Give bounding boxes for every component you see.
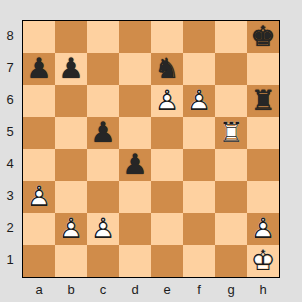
- square-a6[interactable]: [23, 85, 55, 117]
- piece-white-pawn[interactable]: ♟♙: [55, 213, 87, 245]
- square-g7[interactable]: [215, 53, 247, 85]
- square-e6[interactable]: ♟♙: [151, 85, 183, 117]
- piece-white-pawn[interactable]: ♟♙: [23, 181, 55, 213]
- square-b8[interactable]: [55, 21, 87, 53]
- square-f5[interactable]: [183, 117, 215, 149]
- rank-label-2: 2: [1, 212, 19, 244]
- square-b4[interactable]: [55, 149, 87, 181]
- square-b5[interactable]: [55, 117, 87, 149]
- piece-black-rook[interactable]: ♜: [247, 85, 279, 117]
- square-b6[interactable]: [55, 85, 87, 117]
- square-a5[interactable]: [23, 117, 55, 149]
- rank-label-7: 7: [1, 52, 19, 84]
- square-a2[interactable]: [23, 213, 55, 245]
- square-a3[interactable]: ♟♙: [23, 181, 55, 213]
- square-e8[interactable]: [151, 21, 183, 53]
- square-a7[interactable]: ♟: [23, 53, 55, 85]
- square-d7[interactable]: [119, 53, 151, 85]
- file-label-b: b: [55, 280, 87, 300]
- chess-diagram: ♚♟♟♞♟♙♟♙♜♟♜♖♟♟♙♟♙♟♙♟♙♚♔ 87654321 abcdefg…: [0, 0, 302, 302]
- square-d6[interactable]: [119, 85, 151, 117]
- square-h8[interactable]: ♚: [247, 21, 279, 53]
- rank-label-4: 4: [1, 148, 19, 180]
- rank-label-5: 5: [1, 116, 19, 148]
- square-d4[interactable]: ♟: [119, 149, 151, 181]
- square-d5[interactable]: [119, 117, 151, 149]
- square-f7[interactable]: [183, 53, 215, 85]
- square-c2[interactable]: ♟♙: [87, 213, 119, 245]
- square-d2[interactable]: [119, 213, 151, 245]
- square-c4[interactable]: [87, 149, 119, 181]
- file-label-h: h: [247, 280, 279, 300]
- piece-outline-layer: ♙: [55, 213, 87, 245]
- square-b3[interactable]: [55, 181, 87, 213]
- piece-black-pawn[interactable]: ♟: [87, 117, 119, 149]
- square-h2[interactable]: ♟♙: [247, 213, 279, 245]
- square-h3[interactable]: [247, 181, 279, 213]
- piece-outline-layer: ♙: [151, 85, 183, 117]
- file-label-g: g: [215, 280, 247, 300]
- piece-white-pawn[interactable]: ♟♙: [87, 213, 119, 245]
- square-f8[interactable]: [183, 21, 215, 53]
- piece-white-king[interactable]: ♚♔: [247, 245, 279, 277]
- square-a4[interactable]: [23, 149, 55, 181]
- square-h6[interactable]: ♜: [247, 85, 279, 117]
- square-g1[interactable]: [215, 245, 247, 277]
- rank-label-1: 1: [1, 244, 19, 276]
- square-f1[interactable]: [183, 245, 215, 277]
- square-b7[interactable]: ♟: [55, 53, 87, 85]
- square-h1[interactable]: ♚♔: [247, 245, 279, 277]
- square-f6[interactable]: ♟♙: [183, 85, 215, 117]
- file-label-f: f: [183, 280, 215, 300]
- square-e5[interactable]: [151, 117, 183, 149]
- square-c6[interactable]: [87, 85, 119, 117]
- chess-board: ♚♟♟♞♟♙♟♙♜♟♜♖♟♟♙♟♙♟♙♟♙♚♔: [22, 20, 280, 278]
- square-e3[interactable]: [151, 181, 183, 213]
- square-g3[interactable]: [215, 181, 247, 213]
- square-c1[interactable]: [87, 245, 119, 277]
- piece-outline-layer: ♙: [23, 181, 55, 213]
- square-h4[interactable]: [247, 149, 279, 181]
- square-a1[interactable]: [23, 245, 55, 277]
- square-h5[interactable]: [247, 117, 279, 149]
- square-f3[interactable]: [183, 181, 215, 213]
- piece-outline-layer: ♖: [215, 117, 247, 149]
- piece-black-pawn[interactable]: ♟: [23, 53, 55, 85]
- square-c5[interactable]: ♟: [87, 117, 119, 149]
- file-label-a: a: [23, 280, 55, 300]
- square-g4[interactable]: [215, 149, 247, 181]
- piece-white-pawn[interactable]: ♟♙: [247, 213, 279, 245]
- square-d3[interactable]: [119, 181, 151, 213]
- square-h7[interactable]: [247, 53, 279, 85]
- rank-label-6: 6: [1, 84, 19, 116]
- square-g8[interactable]: [215, 21, 247, 53]
- square-f4[interactable]: [183, 149, 215, 181]
- square-e4[interactable]: [151, 149, 183, 181]
- piece-black-king[interactable]: ♚: [247, 21, 279, 53]
- square-c3[interactable]: [87, 181, 119, 213]
- square-b1[interactable]: [55, 245, 87, 277]
- piece-outline-layer: ♙: [247, 213, 279, 245]
- square-e2[interactable]: [151, 213, 183, 245]
- piece-black-pawn[interactable]: ♟: [55, 53, 87, 85]
- piece-outline-layer: ♙: [87, 213, 119, 245]
- square-b2[interactable]: ♟♙: [55, 213, 87, 245]
- piece-outline-layer: ♔: [247, 245, 279, 277]
- square-c7[interactable]: [87, 53, 119, 85]
- square-g2[interactable]: [215, 213, 247, 245]
- rank-label-3: 3: [1, 180, 19, 212]
- square-d1[interactable]: [119, 245, 151, 277]
- piece-black-knight[interactable]: ♞: [151, 53, 183, 85]
- file-label-e: e: [151, 280, 183, 300]
- rank-label-8: 8: [1, 20, 19, 52]
- square-e7[interactable]: ♞: [151, 53, 183, 85]
- square-d8[interactable]: [119, 21, 151, 53]
- square-e1[interactable]: [151, 245, 183, 277]
- square-c8[interactable]: [87, 21, 119, 53]
- square-a8[interactable]: [23, 21, 55, 53]
- square-f2[interactable]: [183, 213, 215, 245]
- file-label-c: c: [87, 280, 119, 300]
- piece-black-pawn[interactable]: ♟: [119, 149, 151, 181]
- piece-outline-layer: ♙: [183, 85, 215, 117]
- square-g5[interactable]: ♜♖: [215, 117, 247, 149]
- square-g6[interactable]: [215, 85, 247, 117]
- piece-white-rook[interactable]: ♜♖: [215, 117, 247, 149]
- piece-white-pawn[interactable]: ♟♙: [183, 85, 215, 117]
- file-label-d: d: [119, 280, 151, 300]
- piece-white-pawn[interactable]: ♟♙: [151, 85, 183, 117]
